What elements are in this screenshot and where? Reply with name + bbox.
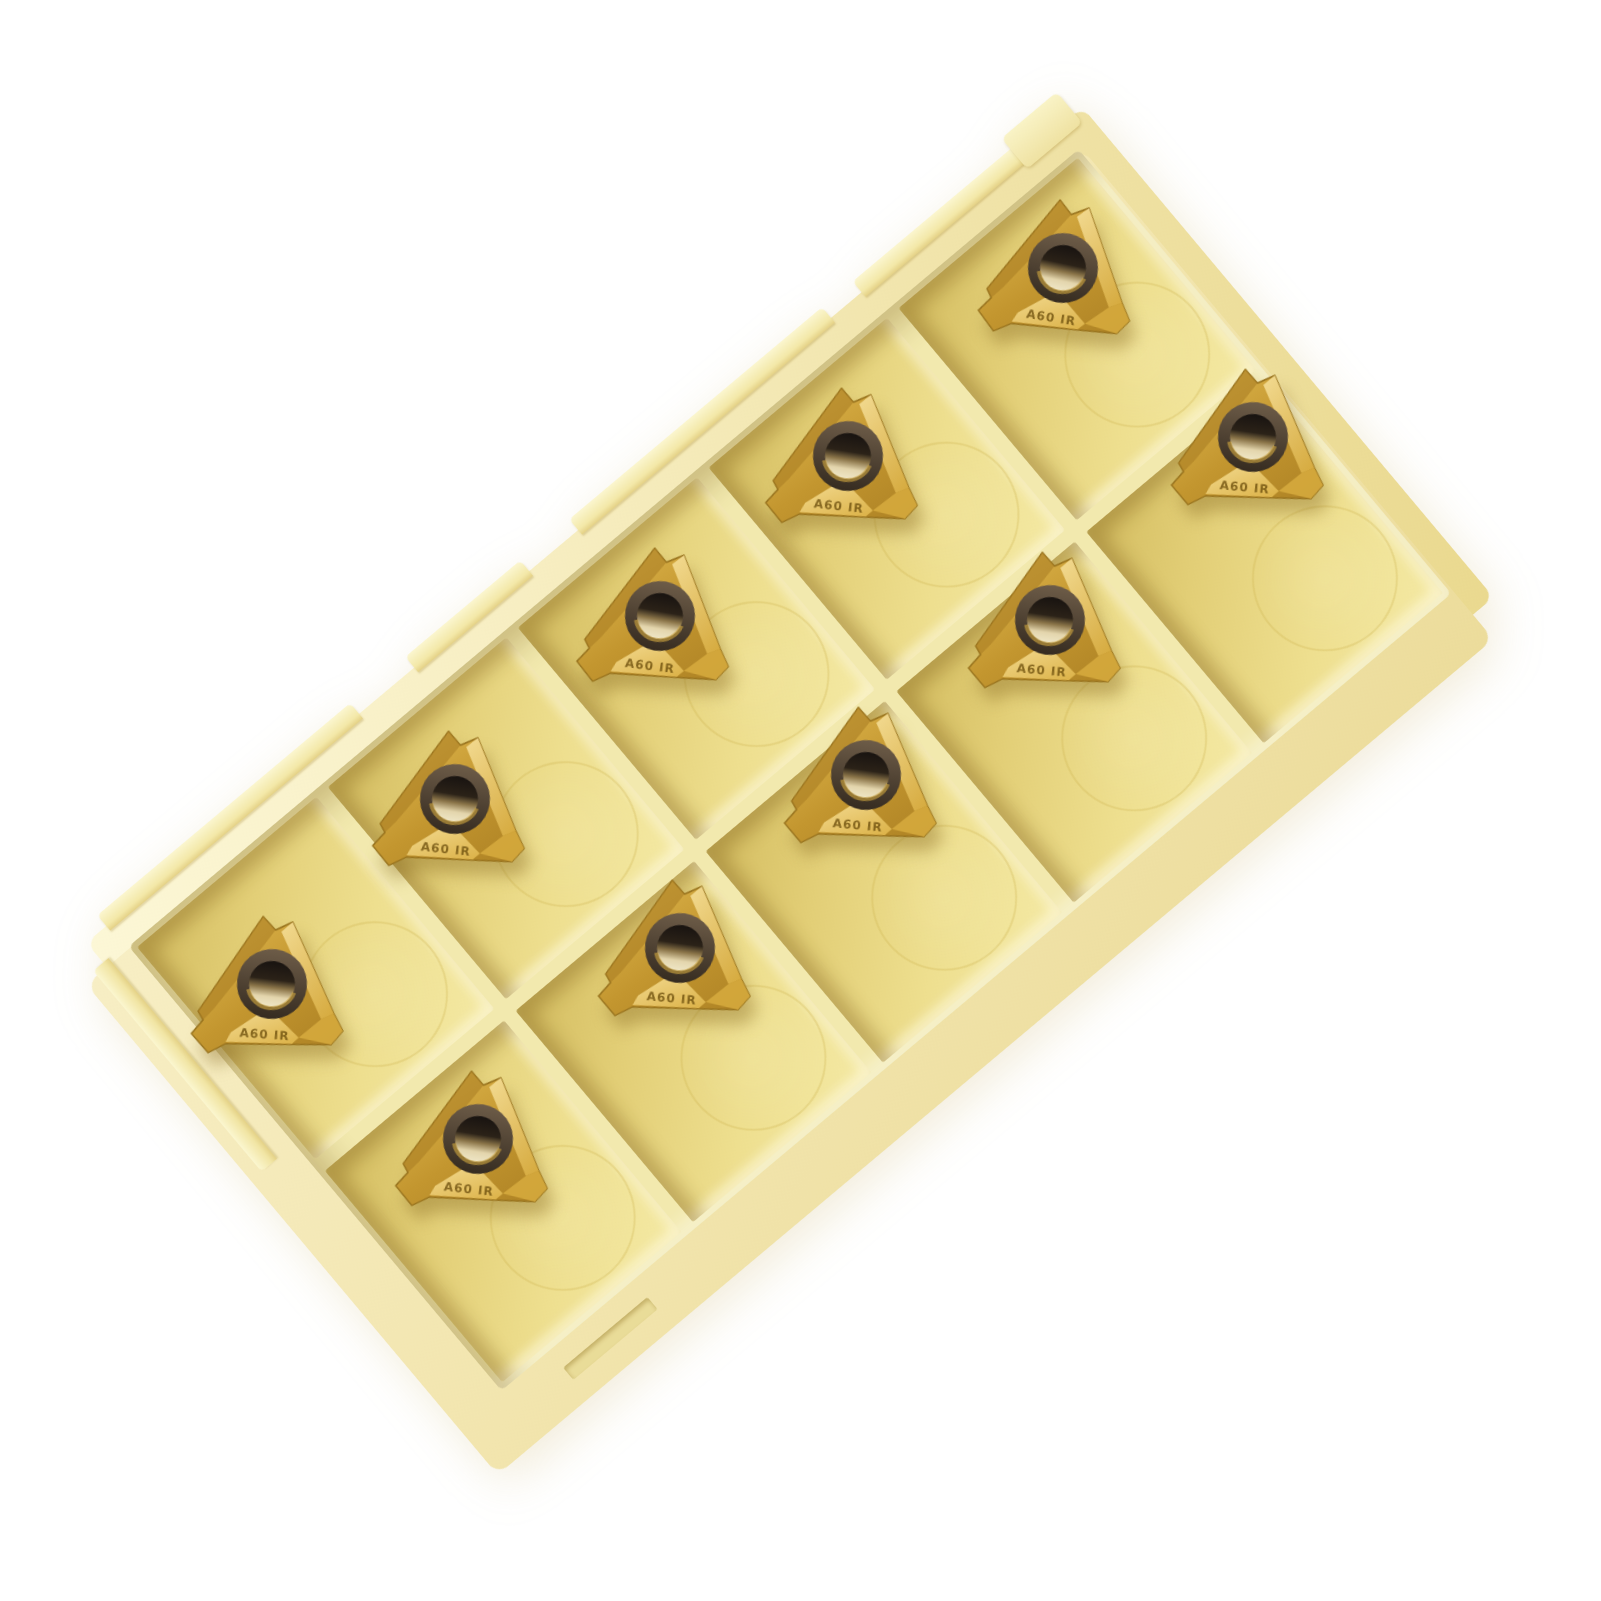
threading-insert: A60 IR: [358, 711, 551, 896]
threading-insert-graphic: A60 IR: [381, 1051, 574, 1236]
threading-insert: A60 IR: [770, 688, 961, 870]
threading-insert: A60 IR: [177, 898, 365, 1078]
threading-insert-graphic: A60 IR: [1157, 350, 1348, 532]
threading-insert-graphic: A60 IR: [562, 526, 757, 713]
threading-insert: A60 IR: [562, 526, 757, 713]
threading-insert: A60 IR: [381, 1051, 574, 1236]
threading-insert: A60 IR: [962, 176, 1162, 368]
threading-insert-graphic: A60 IR: [954, 533, 1145, 715]
inserts-layer: A60 IR A60 IR: [0, 0, 1601, 1601]
threading-insert-graphic: A60 IR: [962, 176, 1162, 368]
threading-insert: A60 IR: [751, 368, 944, 553]
threading-insert-graphic: A60 IR: [770, 688, 961, 870]
threading-insert-graphic: A60 IR: [177, 898, 365, 1078]
threading-insert-graphic: A60 IR: [358, 711, 551, 896]
threading-insert: A60 IR: [954, 533, 1145, 715]
threading-insert-graphic: A60 IR: [584, 861, 775, 1043]
threading-insert-graphic: A60 IR: [751, 368, 944, 553]
product-photo-scene: A60 IR A60 IR: [0, 0, 1601, 1601]
threading-insert: A60 IR: [1157, 350, 1348, 532]
threading-insert: A60 IR: [584, 861, 775, 1043]
